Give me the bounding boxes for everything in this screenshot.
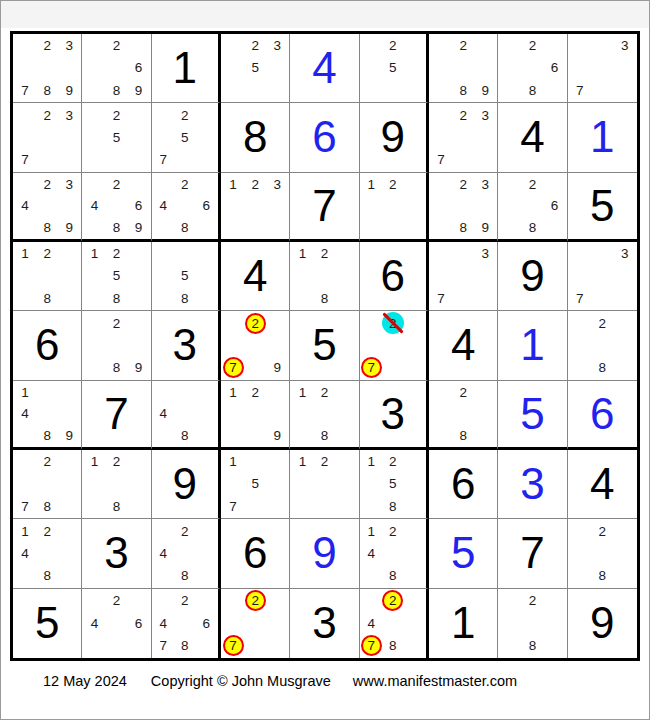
candidate-9 <box>128 149 150 171</box>
candidate-grid: 2468 <box>153 174 217 238</box>
cell-r7c3[interactable]: 9 <box>152 450 221 519</box>
candidate-4 <box>83 473 105 495</box>
candidate-grid: 25 <box>361 35 425 101</box>
candidate-4 <box>14 57 36 79</box>
candidate-3 <box>128 35 150 57</box>
cell-r7c1[interactable]: 278 <box>13 450 82 519</box>
candidate-3 <box>128 243 150 265</box>
candidate-4 <box>153 265 174 287</box>
candidate-4 <box>222 195 244 216</box>
candidate-2: 2 <box>313 243 335 265</box>
candidate-8 <box>452 149 474 171</box>
cell-r7c2[interactable]: 128 <box>82 450 151 519</box>
cell-r3c7[interactable]: 2389 <box>429 173 498 242</box>
candidate-2: 2 <box>521 590 543 612</box>
candidate-7 <box>569 565 591 587</box>
candidate-7 <box>14 287 36 309</box>
cell-value: 7 <box>104 392 128 436</box>
candidate-6 <box>266 195 288 216</box>
cell-r2c1[interactable]: 237 <box>13 103 82 172</box>
candidate-3: 3 <box>474 104 496 126</box>
candidate-5 <box>174 542 195 564</box>
cell-r2c5[interactable]: 6 <box>290 103 359 172</box>
cell-r4c4[interactable]: 4 <box>221 242 290 311</box>
cell-r9c7[interactable]: 1 <box>429 589 498 658</box>
candidate-7: 7 <box>153 635 174 657</box>
candidate-6 <box>58 126 80 148</box>
candidate-3 <box>266 312 288 334</box>
cell-r6c3[interactable]: 48 <box>152 381 221 450</box>
cell-r4c9[interactable]: 37 <box>568 242 637 311</box>
candidate-6 <box>266 57 288 79</box>
cell-r5c2[interactable]: 289 <box>82 311 151 380</box>
page: 2378926891235425289268372372525786923741… <box>0 0 650 720</box>
candidate-6 <box>58 195 80 216</box>
cell-r8c1[interactable]: 1248 <box>13 519 82 588</box>
candidate-4 <box>430 195 452 216</box>
cell-value: 6 <box>451 462 475 506</box>
cell-r7c5[interactable]: 12 <box>290 450 359 519</box>
cell-r5c3[interactable]: 3 <box>152 311 221 380</box>
candidate-9 <box>404 79 425 101</box>
candidate-5 <box>105 57 127 79</box>
cell-r9c3[interactable]: 24678 <box>152 589 221 658</box>
candidate-3 <box>58 520 80 542</box>
cell-r9c8[interactable]: 28 <box>498 589 567 658</box>
candidate-4 <box>83 126 105 148</box>
candidate-5 <box>244 403 266 424</box>
candidate-8 <box>244 425 266 446</box>
candidate-5 <box>36 473 58 495</box>
cell-value: 3 <box>381 392 405 436</box>
candidate-8: 8 <box>36 287 58 309</box>
candidate-5 <box>105 334 127 356</box>
cell-r9c6[interactable]: 2478 <box>360 589 429 658</box>
candidate-5 <box>36 57 58 79</box>
candidate-5 <box>244 612 266 634</box>
candidate-6 <box>128 473 150 495</box>
candidate-7: 7 <box>153 149 174 171</box>
candidate-6 <box>404 334 425 356</box>
candidate-3: 3 <box>266 174 288 195</box>
cell-r3c4[interactable]: 123 <box>221 173 290 242</box>
candidate-4: 4 <box>14 542 36 564</box>
candidate-4 <box>83 334 105 356</box>
candidate-8: 8 <box>591 357 613 379</box>
candidate-5 <box>521 612 543 634</box>
candidate-grid: 128 <box>14 243 80 309</box>
cell-r2c9[interactable]: 1 <box>568 103 637 172</box>
candidate-6 <box>474 195 496 216</box>
candidate-2: 2 <box>174 104 195 126</box>
cell-r6c6[interactable]: 3 <box>360 381 429 450</box>
candidate-9 <box>474 425 496 446</box>
cell-r7c8[interactable]: 3 <box>498 450 567 519</box>
candidate-6 <box>474 403 496 424</box>
elimination-slash-icon <box>382 313 403 334</box>
candidate-7 <box>83 79 105 101</box>
candidate-7 <box>569 357 591 379</box>
candidate-2: 2 <box>382 520 403 542</box>
candidate-5 <box>36 126 58 148</box>
candidate-4 <box>499 612 521 634</box>
candidate-grid: 128 <box>291 382 357 446</box>
cell-r8c7[interactable]: 5 <box>429 519 498 588</box>
candidate-5 <box>36 265 58 287</box>
candidate-4 <box>361 195 382 216</box>
candidate-9 <box>58 565 80 587</box>
cell-r4c2[interactable]: 1258 <box>82 242 151 311</box>
cell-r6c2[interactable]: 7 <box>82 381 151 450</box>
candidate-7 <box>153 287 174 309</box>
candidate-4: 4 <box>83 195 105 216</box>
candidate-7: 7 <box>223 635 244 656</box>
candidate-7 <box>361 217 382 238</box>
candidate-4 <box>361 57 382 79</box>
cell-r5c7[interactable]: 4 <box>429 311 498 380</box>
candidate-9 <box>404 565 425 587</box>
candidate-8: 8 <box>174 565 195 587</box>
candidate-grid: 237 <box>430 104 496 170</box>
cell-r6c5[interactable]: 128 <box>290 381 359 450</box>
candidate-7 <box>14 217 36 238</box>
candidate-6 <box>196 126 217 148</box>
candidate-9 <box>196 149 217 171</box>
candidate-4 <box>569 542 591 564</box>
candidate-8: 8 <box>382 635 403 657</box>
candidate-7: 7 <box>14 79 36 101</box>
cell-r1c9[interactable]: 37 <box>568 34 637 103</box>
cell-r6c9[interactable]: 6 <box>568 381 637 450</box>
candidate-1 <box>499 35 521 57</box>
candidate-4 <box>222 473 244 495</box>
candidate-7 <box>361 79 382 101</box>
candidate-8: 8 <box>36 495 58 517</box>
candidate-5 <box>382 542 403 564</box>
candidate-9: 9 <box>128 357 150 379</box>
candidate-3 <box>266 451 288 473</box>
candidate-4 <box>222 612 244 634</box>
candidate-4 <box>430 57 452 79</box>
candidate-1 <box>430 104 452 126</box>
candidate-3 <box>336 451 358 473</box>
cell-r7c9[interactable]: 4 <box>568 450 637 519</box>
cell-value: 3 <box>104 531 128 575</box>
cell-value: 1 <box>173 46 197 90</box>
cell-r4c1[interactable]: 128 <box>13 242 82 311</box>
candidate-7 <box>430 217 452 238</box>
candidate-6 <box>474 126 496 148</box>
candidate-5: 5 <box>174 126 195 148</box>
candidate-3 <box>544 590 566 612</box>
candidate-7: 7 <box>430 287 452 309</box>
candidate-1 <box>83 104 105 126</box>
cell-r9c9[interactable]: 9 <box>568 589 637 658</box>
candidate-6 <box>266 473 288 495</box>
cell-r6c4[interactable]: 129 <box>221 381 290 450</box>
cell-r3c2[interactable]: 24689 <box>82 173 151 242</box>
candidate-1 <box>14 451 36 473</box>
candidate-grid: 278 <box>14 451 80 517</box>
cell-r3c8[interactable]: 268 <box>498 173 567 242</box>
cell-r2c4[interactable]: 8 <box>221 103 290 172</box>
cell-r5c4[interactable]: 279 <box>221 311 290 380</box>
candidate-2 <box>174 243 195 265</box>
candidate-7 <box>14 565 36 587</box>
candidate-8: 8 <box>105 287 127 309</box>
cell-r1c6[interactable]: 25 <box>360 34 429 103</box>
candidate-grid: 2389 <box>430 174 496 238</box>
candidate-8: 8 <box>452 217 474 238</box>
cell-r8c6[interactable]: 1248 <box>360 519 429 588</box>
candidate-5 <box>591 57 613 79</box>
cell-r3c9[interactable]: 5 <box>568 173 637 242</box>
candidate-9 <box>404 495 425 517</box>
cell-r5c6[interactable]: 27 <box>360 311 429 380</box>
cell-r6c1[interactable]: 1489 <box>13 381 82 450</box>
candidate-6 <box>128 126 150 148</box>
candidate-1 <box>153 520 174 542</box>
cell-value: 4 <box>312 46 336 90</box>
candidate-grid: 37 <box>569 243 636 309</box>
cell-r4c7[interactable]: 37 <box>429 242 498 311</box>
candidate-4 <box>430 126 452 148</box>
candidate-7: 7 <box>569 79 591 101</box>
cell-value: 3 <box>173 323 197 367</box>
cell-r7c6[interactable]: 1258 <box>360 450 429 519</box>
candidate-5 <box>244 195 266 216</box>
cell-r5c1[interactable]: 6 <box>13 311 82 380</box>
candidate-5 <box>382 334 404 356</box>
candidate-2: 2 <box>452 382 474 403</box>
candidate-8 <box>244 217 266 238</box>
cell-r4c8[interactable]: 9 <box>498 242 567 311</box>
candidate-grid: 1248 <box>361 520 425 586</box>
candidate-8: 8 <box>521 635 543 657</box>
cell-r4c5[interactable]: 128 <box>290 242 359 311</box>
candidate-2: 2 <box>36 104 58 126</box>
candidate-1: 1 <box>222 451 244 473</box>
cell-r4c6[interactable]: 6 <box>360 242 429 311</box>
candidate-4 <box>569 57 591 79</box>
cell-value: 9 <box>590 601 614 645</box>
candidate-3 <box>404 312 425 334</box>
candidate-5: 5 <box>382 473 403 495</box>
candidate-5: 5 <box>382 57 403 79</box>
candidate-6 <box>474 265 496 287</box>
candidate-9: 9 <box>128 217 150 238</box>
candidate-grid: 129 <box>222 382 288 446</box>
candidate-3 <box>544 35 566 57</box>
candidate-7 <box>83 495 105 517</box>
cell-r5c5[interactable]: 5 <box>290 311 359 380</box>
candidate-6 <box>266 403 288 424</box>
cell-r6c7[interactable]: 28 <box>429 381 498 450</box>
cell-r9c4[interactable]: 27 <box>221 589 290 658</box>
candidate-1 <box>361 35 382 57</box>
candidate-3 <box>58 243 80 265</box>
candidate-4: 4 <box>153 403 174 424</box>
candidate-5: 5 <box>244 473 266 495</box>
candidate-2: 2 <box>591 312 613 334</box>
candidate-grid: 268 <box>499 35 565 101</box>
candidate-7: 7 <box>223 357 244 378</box>
candidate-5 <box>36 195 58 216</box>
cell-r8c2[interactable]: 3 <box>82 519 151 588</box>
candidate-8 <box>174 149 195 171</box>
candidate-1: 1 <box>291 451 313 473</box>
candidate-3 <box>474 35 496 57</box>
cell-r2c8[interactable]: 4 <box>498 103 567 172</box>
candidate-3 <box>404 590 425 612</box>
candidate-5 <box>105 473 127 495</box>
candidate-8: 8 <box>452 79 474 101</box>
candidate-3 <box>58 451 80 473</box>
candidate-8: 8 <box>174 635 195 657</box>
cell-r3c5[interactable]: 7 <box>290 173 359 242</box>
cell-r2c3[interactable]: 257 <box>152 103 221 172</box>
candidate-grid: 289 <box>83 312 149 378</box>
cell-r1c5[interactable]: 4 <box>290 34 359 103</box>
candidate-grid: 23789 <box>14 35 80 101</box>
candidate-2 <box>244 451 266 473</box>
cell-r1c8[interactable]: 268 <box>498 34 567 103</box>
candidate-1 <box>430 382 452 403</box>
footer-website-link[interactable]: www.manifestmaster.com <box>353 673 517 689</box>
candidate-1: 1 <box>361 451 382 473</box>
cell-r1c1[interactable]: 23789 <box>13 34 82 103</box>
cell-value: 6 <box>243 531 267 575</box>
candidate-grid: 237 <box>14 104 80 170</box>
cell-r1c4[interactable]: 235 <box>221 34 290 103</box>
candidate-8 <box>382 217 403 238</box>
cell-r8c4[interactable]: 6 <box>221 519 290 588</box>
candidate-3: 3 <box>58 104 80 126</box>
candidate-1 <box>83 35 105 57</box>
candidate-8: 8 <box>105 217 127 238</box>
candidate-7: 7 <box>430 149 452 171</box>
candidate-5 <box>313 403 335 424</box>
candidate-8 <box>105 635 127 657</box>
cell-r3c1[interactable]: 23489 <box>13 173 82 242</box>
cell-r8c9[interactable]: 28 <box>568 519 637 588</box>
cell-value: 5 <box>590 184 614 228</box>
cell-r9c1[interactable]: 5 <box>13 589 82 658</box>
cell-r5c8[interactable]: 1 <box>498 311 567 380</box>
candidate-2: 2 <box>245 590 266 611</box>
candidate-2: 2 <box>313 451 335 473</box>
candidate-7 <box>83 357 105 379</box>
candidate-grid: 157 <box>222 451 288 517</box>
cell-r8c8[interactable]: 7 <box>498 519 567 588</box>
cell-r1c7[interactable]: 289 <box>429 34 498 103</box>
candidate-6: 6 <box>544 57 566 79</box>
candidate-2: 2 <box>382 35 403 57</box>
cell-value: 5 <box>451 531 475 575</box>
cell-r3c6[interactable]: 12 <box>360 173 429 242</box>
candidate-8: 8 <box>174 287 195 309</box>
candidate-9 <box>266 217 288 238</box>
cell-r2c7[interactable]: 237 <box>429 103 498 172</box>
candidate-grid: 28 <box>430 382 496 446</box>
candidate-grid: 48 <box>153 382 217 446</box>
candidate-1: 1 <box>14 520 36 542</box>
candidate-grid: 268 <box>499 174 565 238</box>
candidate-9: 9 <box>266 357 288 379</box>
candidate-2: 2 <box>105 35 127 57</box>
candidate-1: 1 <box>222 382 244 403</box>
candidate-5: 5 <box>244 57 266 79</box>
candidate-9 <box>404 357 425 379</box>
cell-r6c8[interactable]: 5 <box>498 381 567 450</box>
candidate-5 <box>174 612 195 634</box>
candidate-1 <box>430 174 452 195</box>
cell-r7c7[interactable]: 6 <box>429 450 498 519</box>
candidate-3 <box>266 590 288 612</box>
candidate-5 <box>521 195 543 216</box>
cell-r2c2[interactable]: 25 <box>82 103 151 172</box>
candidate-7 <box>222 217 244 238</box>
candidate-1 <box>569 312 591 334</box>
candidate-8: 8 <box>382 565 403 587</box>
candidate-4: 4 <box>153 542 174 564</box>
candidate-9 <box>58 149 80 171</box>
candidate-5: 5 <box>174 265 195 287</box>
candidate-2: 2 <box>521 35 543 57</box>
candidate-3 <box>196 104 217 126</box>
candidate-3 <box>614 312 636 334</box>
candidate-7 <box>291 425 313 446</box>
candidate-7 <box>83 149 105 171</box>
candidate-grid: 2689 <box>83 35 149 101</box>
candidate-3 <box>266 382 288 403</box>
candidate-6 <box>614 542 636 564</box>
cell-r3c3[interactable]: 2468 <box>152 173 221 242</box>
candidate-7: 7 <box>361 357 382 378</box>
cell-r5c9[interactable]: 28 <box>568 311 637 380</box>
cell-value: 7 <box>312 184 336 228</box>
candidate-6 <box>614 57 636 79</box>
cell-r9c2[interactable]: 246 <box>82 589 151 658</box>
candidate-7 <box>430 79 452 101</box>
cell-r7c4[interactable]: 157 <box>221 450 290 519</box>
candidate-3 <box>196 520 217 542</box>
cell-r4c3[interactable]: 58 <box>152 242 221 311</box>
candidate-6 <box>128 334 150 356</box>
candidate-9 <box>336 425 358 446</box>
cell-r8c5[interactable]: 9 <box>290 519 359 588</box>
candidate-8 <box>105 149 127 171</box>
cell-r8c3[interactable]: 248 <box>152 519 221 588</box>
cell-r1c2[interactable]: 2689 <box>82 34 151 103</box>
candidate-9: 9 <box>58 79 80 101</box>
candidate-8 <box>591 287 613 309</box>
cell-r9c5[interactable]: 3 <box>290 589 359 658</box>
candidate-8 <box>313 495 335 517</box>
candidate-grid: 1258 <box>361 451 425 517</box>
candidate-6 <box>474 57 496 79</box>
candidate-5 <box>452 195 474 216</box>
cell-r2c6[interactable]: 9 <box>360 103 429 172</box>
candidate-7 <box>14 425 36 446</box>
footer-copyright: Copyright © John Musgrave <box>151 673 331 689</box>
cell-r1c3[interactable]: 1 <box>152 34 221 103</box>
candidate-9: 9 <box>128 79 150 101</box>
cell-value: 5 <box>35 601 59 645</box>
candidate-6 <box>404 195 425 216</box>
candidate-8 <box>452 287 474 309</box>
candidate-6 <box>196 403 217 424</box>
